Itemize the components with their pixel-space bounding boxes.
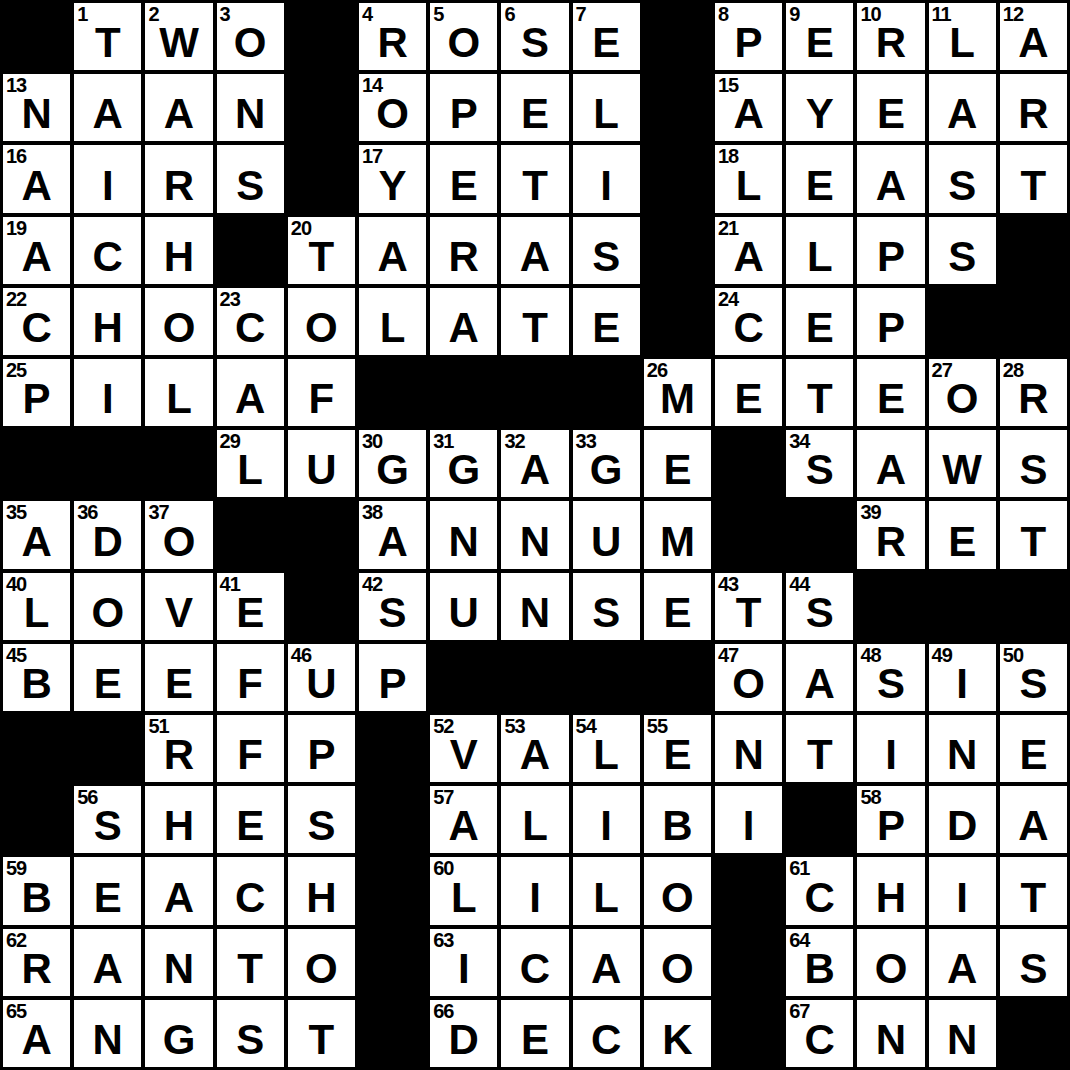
cell-r1c9[interactable]: 7E: [573, 3, 640, 70]
cell-r5c11[interactable]: 24C: [715, 288, 782, 355]
cell-r12c2[interactable]: 56S: [74, 786, 141, 853]
cell-r14c7[interactable]: 63I: [430, 929, 497, 996]
cell-letter: P: [288, 734, 355, 776]
cell-r15c2[interactable]: N: [74, 1000, 141, 1067]
cell-letter: H: [145, 805, 212, 847]
cell-letter: F: [217, 663, 284, 705]
cell-r6c1[interactable]: 25P: [3, 359, 70, 426]
cell-letter: S: [573, 592, 640, 634]
cell-r5c1[interactable]: 22C: [3, 288, 70, 355]
cell-r13c12[interactable]: 61C: [786, 857, 853, 924]
cell-r9c7[interactable]: U: [430, 573, 497, 640]
cell-letter: E: [573, 22, 640, 64]
cell-r3c11[interactable]: 18L: [715, 145, 782, 212]
cell-letter: L: [217, 449, 284, 491]
cell-r9c9[interactable]: S: [573, 573, 640, 640]
cell-r4c11[interactable]: 21A: [715, 217, 782, 284]
cell-letter: R: [857, 521, 924, 563]
cell-r8c8[interactable]: N: [501, 501, 568, 568]
cell-r14c5[interactable]: O: [288, 929, 355, 996]
cell-r11c8[interactable]: 53A: [501, 715, 568, 782]
cell-r3c3[interactable]: R: [145, 145, 212, 212]
cell-letter: N: [501, 592, 568, 634]
block-cell-r14c11: [715, 929, 782, 996]
cell-letter: A: [359, 521, 426, 563]
cell-r6c4[interactable]: A: [217, 359, 284, 426]
cell-letter: R: [1000, 93, 1067, 135]
cell-letter: S: [1000, 948, 1067, 990]
cell-letter: P: [359, 663, 426, 705]
cell-r1c12[interactable]: 9E: [786, 3, 853, 70]
cell-r4c6[interactable]: A: [359, 217, 426, 284]
cell-r9c8[interactable]: N: [501, 573, 568, 640]
cell-r1c7[interactable]: 5O: [430, 3, 497, 70]
block-cell-r8c5: [288, 501, 355, 568]
cell-r15c4[interactable]: S: [217, 1000, 284, 1067]
cell-letter: T: [501, 165, 568, 207]
cell-r2c1[interactable]: 13N: [3, 74, 70, 141]
clue-number: 7: [576, 4, 586, 24]
clue-number: 20: [291, 218, 311, 238]
cell-r14c9[interactable]: A: [573, 929, 640, 996]
cell-letter: R: [359, 22, 426, 64]
cell-letter: A: [3, 165, 70, 207]
cell-letter: S: [786, 592, 853, 634]
cell-r11c11[interactable]: N: [715, 715, 782, 782]
cell-letter: E: [644, 449, 711, 491]
cell-r7c5[interactable]: U: [288, 430, 355, 497]
cell-r11c15[interactable]: E: [1000, 715, 1067, 782]
cell-r3c1[interactable]: 16A: [3, 145, 70, 212]
cell-r10c11[interactable]: 47O: [715, 644, 782, 711]
cell-r12c14[interactable]: D: [929, 786, 996, 853]
cell-letter: A: [501, 449, 568, 491]
cell-r15c8[interactable]: E: [501, 1000, 568, 1067]
cell-r7c7[interactable]: 31G: [430, 430, 497, 497]
cell-letter: T: [1000, 877, 1067, 919]
cell-letter: L: [501, 805, 568, 847]
cell-r11c3[interactable]: 51R: [145, 715, 212, 782]
cell-r1c8[interactable]: 6S: [501, 3, 568, 70]
cell-r8c6[interactable]: 38A: [359, 501, 426, 568]
cell-letter: A: [1000, 22, 1067, 64]
cell-letter: A: [929, 948, 996, 990]
cell-r13c5[interactable]: H: [288, 857, 355, 924]
cell-r6c3[interactable]: L: [145, 359, 212, 426]
cell-r12c5[interactable]: S: [288, 786, 355, 853]
cell-r2c6[interactable]: 14O: [359, 74, 426, 141]
cell-r15c14[interactable]: N: [929, 1000, 996, 1067]
cell-r3c9[interactable]: I: [573, 145, 640, 212]
cell-r15c7[interactable]: 66D: [430, 1000, 497, 1067]
block-cell-r11c2: [74, 715, 141, 782]
cell-r14c2[interactable]: A: [74, 929, 141, 996]
cell-r11c10[interactable]: 55E: [644, 715, 711, 782]
cell-r13c3[interactable]: A: [145, 857, 212, 924]
cell-r1c13[interactable]: 10R: [857, 3, 924, 70]
cell-r11c12[interactable]: T: [786, 715, 853, 782]
cell-r9c1[interactable]: 40L: [3, 573, 70, 640]
cell-letter: A: [145, 877, 212, 919]
cell-r1c6[interactable]: 4R: [359, 3, 426, 70]
cell-letter: A: [857, 165, 924, 207]
clue-number: 3: [220, 4, 230, 24]
cell-r10c13[interactable]: 48S: [857, 644, 924, 711]
cell-r15c3[interactable]: G: [145, 1000, 212, 1067]
cell-r6c5[interactable]: F: [288, 359, 355, 426]
cell-letter: H: [857, 877, 924, 919]
cell-letter: D: [430, 1019, 497, 1061]
cell-r14c10[interactable]: O: [644, 929, 711, 996]
cell-r2c4[interactable]: N: [217, 74, 284, 141]
cell-r11c13[interactable]: I: [857, 715, 924, 782]
cell-r12c8[interactable]: L: [501, 786, 568, 853]
cell-r8c1[interactable]: 35A: [3, 501, 70, 568]
cell-letter: E: [715, 378, 782, 420]
cell-r8c15[interactable]: T: [1000, 501, 1067, 568]
cell-letter: S: [501, 22, 568, 64]
cell-letter: U: [288, 663, 355, 705]
cell-r5c12[interactable]: E: [786, 288, 853, 355]
cell-r9c10[interactable]: E: [644, 573, 711, 640]
cell-r10c4[interactable]: F: [217, 644, 284, 711]
cell-letter: R: [857, 22, 924, 64]
cell-letter: G: [145, 1019, 212, 1061]
cell-r7c10[interactable]: E: [644, 430, 711, 497]
cell-r12c3[interactable]: H: [145, 786, 212, 853]
cell-r12c10[interactable]: B: [644, 786, 711, 853]
cell-r2c11[interactable]: 15A: [715, 74, 782, 141]
block-cell-r5c15: [1000, 288, 1067, 355]
cell-letter: L: [573, 93, 640, 135]
cell-letter: I: [501, 877, 568, 919]
cell-letter: H: [288, 877, 355, 919]
block-cell-r10c7: [430, 644, 497, 711]
cell-r6c12[interactable]: T: [786, 359, 853, 426]
cell-letter: C: [501, 948, 568, 990]
cell-letter: T: [1000, 165, 1067, 207]
cell-r14c8[interactable]: C: [501, 929, 568, 996]
cell-r10c3[interactable]: E: [145, 644, 212, 711]
cell-letter: S: [857, 663, 924, 705]
cell-letter: T: [217, 948, 284, 990]
cell-r4c5[interactable]: 20T: [288, 217, 355, 284]
block-cell-r8c4: [217, 501, 284, 568]
cell-letter: C: [74, 236, 141, 278]
cell-letter: P: [857, 236, 924, 278]
cell-r1c15[interactable]: 12A: [1000, 3, 1067, 70]
cell-letter: N: [430, 521, 497, 563]
cell-r4c3[interactable]: H: [145, 217, 212, 284]
cell-letter: A: [74, 948, 141, 990]
cell-letter: P: [430, 93, 497, 135]
cell-r7c13[interactable]: A: [857, 430, 924, 497]
cell-r14c13[interactable]: O: [857, 929, 924, 996]
cell-r1c2[interactable]: 1T: [74, 3, 141, 70]
block-cell-r2c5: [288, 74, 355, 141]
cell-r3c15[interactable]: T: [1000, 145, 1067, 212]
cell-r10c1[interactable]: 45B: [3, 644, 70, 711]
clue-number: 9: [789, 4, 799, 24]
cell-r12c9[interactable]: I: [573, 786, 640, 853]
cell-letter: S: [288, 805, 355, 847]
cell-letter: S: [929, 165, 996, 207]
cell-r15c1[interactable]: 65A: [3, 1000, 70, 1067]
cell-r13c10[interactable]: O: [644, 857, 711, 924]
cell-r9c12[interactable]: 44S: [786, 573, 853, 640]
cell-r13c15[interactable]: T: [1000, 857, 1067, 924]
cell-r13c2[interactable]: E: [74, 857, 141, 924]
cell-letter: I: [573, 805, 640, 847]
cell-r6c10[interactable]: 26M: [644, 359, 711, 426]
cell-r7c8[interactable]: 32A: [501, 430, 568, 497]
cell-r4c1[interactable]: 19A: [3, 217, 70, 284]
cell-r4c14[interactable]: S: [929, 217, 996, 284]
cell-r8c7[interactable]: N: [430, 501, 497, 568]
cell-letter: O: [644, 877, 711, 919]
cell-letter: I: [929, 877, 996, 919]
cell-r5c9[interactable]: E: [573, 288, 640, 355]
cell-r3c14[interactable]: S: [929, 145, 996, 212]
cell-r13c7[interactable]: 60L: [430, 857, 497, 924]
cell-r11c7[interactable]: 52V: [430, 715, 497, 782]
cell-r5c2[interactable]: H: [74, 288, 141, 355]
cell-r5c8[interactable]: T: [501, 288, 568, 355]
block-cell-r5c14: [929, 288, 996, 355]
cell-letter: N: [145, 948, 212, 990]
cell-letter: N: [74, 1019, 141, 1061]
cell-r13c13[interactable]: H: [857, 857, 924, 924]
cell-letter: O: [857, 948, 924, 990]
cell-r7c6[interactable]: 30G: [359, 430, 426, 497]
cell-r1c11[interactable]: 8P: [715, 3, 782, 70]
cell-letter: E: [217, 805, 284, 847]
cell-letter: G: [430, 449, 497, 491]
cell-r2c9[interactable]: L: [573, 74, 640, 141]
cell-letter: D: [74, 521, 141, 563]
cell-r9c11[interactable]: 43T: [715, 573, 782, 640]
cell-r10c14[interactable]: 49I: [929, 644, 996, 711]
cell-r5c5[interactable]: O: [288, 288, 355, 355]
cell-r8c9[interactable]: U: [573, 501, 640, 568]
cell-letter: E: [786, 307, 853, 349]
cell-letter: E: [145, 663, 212, 705]
cell-r3c7[interactable]: E: [430, 145, 497, 212]
cell-r14c15[interactable]: S: [1000, 929, 1067, 996]
cell-r15c9[interactable]: C: [573, 1000, 640, 1067]
cell-letter: F: [288, 378, 355, 420]
cell-letter: O: [288, 948, 355, 990]
cell-r15c10[interactable]: K: [644, 1000, 711, 1067]
clue-number: 8: [718, 4, 728, 24]
cell-r5c7[interactable]: A: [430, 288, 497, 355]
cell-letter: T: [715, 592, 782, 634]
cell-r5c13[interactable]: P: [857, 288, 924, 355]
block-cell-r1c1: [3, 3, 70, 70]
block-cell-r8c12: [786, 501, 853, 568]
cell-r7c4[interactable]: 29L: [217, 430, 284, 497]
cell-r1c14[interactable]: 11L: [929, 3, 996, 70]
cell-r9c4[interactable]: 41E: [217, 573, 284, 640]
cell-letter: E: [644, 592, 711, 634]
cell-r5c4[interactable]: 23C: [217, 288, 284, 355]
cell-r14c4[interactable]: T: [217, 929, 284, 996]
cell-letter: O: [145, 521, 212, 563]
block-cell-r12c1: [3, 786, 70, 853]
cell-r7c15[interactable]: S: [1000, 430, 1067, 497]
cell-r4c13[interactable]: P: [857, 217, 924, 284]
cell-r8c2[interactable]: 36D: [74, 501, 141, 568]
cell-letter: E: [857, 378, 924, 420]
cell-r10c6[interactable]: P: [359, 644, 426, 711]
cell-letter: S: [217, 165, 284, 207]
cell-r6c13[interactable]: E: [857, 359, 924, 426]
cell-r4c8[interactable]: A: [501, 217, 568, 284]
cell-r4c2[interactable]: C: [74, 217, 141, 284]
cell-letter: A: [1000, 805, 1067, 847]
cell-letter: N: [3, 93, 70, 135]
cell-r14c12[interactable]: 64B: [786, 929, 853, 996]
cell-letter: S: [929, 236, 996, 278]
cell-r4c12[interactable]: L: [786, 217, 853, 284]
cell-r3c12[interactable]: E: [786, 145, 853, 212]
cell-r3c2[interactable]: I: [74, 145, 141, 212]
cell-r5c6[interactable]: L: [359, 288, 426, 355]
cell-letter: C: [3, 307, 70, 349]
cell-letter: O: [288, 307, 355, 349]
cell-r2c8[interactable]: E: [501, 74, 568, 141]
cell-letter: W: [145, 22, 212, 64]
block-cell-r6c6: [359, 359, 426, 426]
cell-r5c3[interactable]: O: [145, 288, 212, 355]
cell-r1c3[interactable]: 2W: [145, 3, 212, 70]
cell-letter: U: [430, 592, 497, 634]
cell-r13c1[interactable]: 59B: [3, 857, 70, 924]
cell-r8c14[interactable]: E: [929, 501, 996, 568]
cell-r6c14[interactable]: 27O: [929, 359, 996, 426]
cell-letter: S: [786, 449, 853, 491]
cell-letter: S: [359, 592, 426, 634]
cell-r15c13[interactable]: N: [857, 1000, 924, 1067]
cell-r10c5[interactable]: 46U: [288, 644, 355, 711]
cell-letter: T: [288, 236, 355, 278]
cell-r12c13[interactable]: 58P: [857, 786, 924, 853]
block-cell-r11c1: [3, 715, 70, 782]
cell-r1c4[interactable]: 3O: [217, 3, 284, 70]
cell-r6c11[interactable]: E: [715, 359, 782, 426]
cell-r2c13[interactable]: E: [857, 74, 924, 141]
cell-r2c3[interactable]: A: [145, 74, 212, 141]
cell-r9c2[interactable]: O: [74, 573, 141, 640]
cell-r10c12[interactable]: A: [786, 644, 853, 711]
cell-r13c4[interactable]: C: [217, 857, 284, 924]
cell-letter: E: [501, 93, 568, 135]
cell-letter: A: [929, 93, 996, 135]
cell-r7c12[interactable]: 34S: [786, 430, 853, 497]
cell-letter: A: [3, 1019, 70, 1061]
cell-letter: E: [74, 877, 141, 919]
cell-letter: L: [145, 378, 212, 420]
cell-letter: M: [644, 521, 711, 563]
cell-r3c6[interactable]: 17Y: [359, 145, 426, 212]
cell-letter: O: [929, 378, 996, 420]
cell-r3c4[interactable]: S: [217, 145, 284, 212]
cell-r3c13[interactable]: A: [857, 145, 924, 212]
cell-r12c4[interactable]: E: [217, 786, 284, 853]
cell-r10c2[interactable]: E: [74, 644, 141, 711]
cell-r13c8[interactable]: I: [501, 857, 568, 924]
cell-r11c14[interactable]: N: [929, 715, 996, 782]
cell-r11c5[interactable]: P: [288, 715, 355, 782]
cell-r15c12[interactable]: 67C: [786, 1000, 853, 1067]
cell-r7c14[interactable]: W: [929, 430, 996, 497]
cell-r7c9[interactable]: 33G: [573, 430, 640, 497]
block-cell-r3c10: [644, 145, 711, 212]
cell-r14c14[interactable]: A: [929, 929, 996, 996]
cell-letter: S: [74, 805, 141, 847]
cell-r9c6[interactable]: 42S: [359, 573, 426, 640]
cell-r8c10[interactable]: M: [644, 501, 711, 568]
block-cell-r4c4: [217, 217, 284, 284]
cell-letter: R: [145, 165, 212, 207]
cell-r8c3[interactable]: 37O: [145, 501, 212, 568]
cell-letter: E: [644, 734, 711, 776]
cell-r2c2[interactable]: A: [74, 74, 141, 141]
cell-r4c9[interactable]: S: [573, 217, 640, 284]
cell-letter: A: [857, 449, 924, 491]
cell-r4c7[interactable]: R: [430, 217, 497, 284]
block-cell-r3c5: [288, 145, 355, 212]
cell-r11c9[interactable]: 54L: [573, 715, 640, 782]
cell-r13c14[interactable]: I: [929, 857, 996, 924]
cell-letter: G: [573, 449, 640, 491]
cell-letter: V: [145, 592, 212, 634]
cell-r2c15[interactable]: R: [1000, 74, 1067, 141]
cell-letter: Y: [359, 165, 426, 207]
cell-r2c7[interactable]: P: [430, 74, 497, 141]
cell-letter: H: [74, 307, 141, 349]
cell-r12c15[interactable]: A: [1000, 786, 1067, 853]
block-cell-r6c7: [430, 359, 497, 426]
cell-r3c8[interactable]: T: [501, 145, 568, 212]
cell-r12c7[interactable]: 57A: [430, 786, 497, 853]
cell-r9c3[interactable]: V: [145, 573, 212, 640]
cell-r11c4[interactable]: F: [217, 715, 284, 782]
block-cell-r2c10: [644, 74, 711, 141]
cell-r6c15[interactable]: 28R: [1000, 359, 1067, 426]
cell-r2c14[interactable]: A: [929, 74, 996, 141]
cell-letter: S: [1000, 449, 1067, 491]
cell-r6c2[interactable]: I: [74, 359, 141, 426]
cell-r15c5[interactable]: T: [288, 1000, 355, 1067]
cell-r14c3[interactable]: N: [145, 929, 212, 996]
cell-letter: E: [786, 165, 853, 207]
cell-r8c13[interactable]: 39R: [857, 501, 924, 568]
cell-letter: O: [74, 592, 141, 634]
cell-letter: O: [217, 22, 284, 64]
cell-r12c11[interactable]: I: [715, 786, 782, 853]
block-cell-r15c6: [359, 1000, 426, 1067]
cell-r2c12[interactable]: Y: [786, 74, 853, 141]
cell-r10c15[interactable]: 50S: [1000, 644, 1067, 711]
cell-r14c1[interactable]: 62R: [3, 929, 70, 996]
cell-r13c9[interactable]: L: [573, 857, 640, 924]
cell-letter: N: [929, 734, 996, 776]
block-cell-r8c11: [715, 501, 782, 568]
clue-number: 1: [77, 4, 87, 24]
cell-letter: R: [145, 734, 212, 776]
cell-letter: A: [573, 948, 640, 990]
